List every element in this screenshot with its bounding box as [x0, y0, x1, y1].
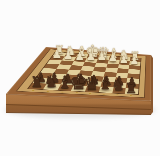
chess-set-photo: ♜♞♝♛♚♝♞♜♟♟♟♟♟♟♟♟♟♟♟♟♟♟♟♟♜♞♝♛♚♝♞♜	[0, 0, 160, 156]
brass-pin	[116, 94, 118, 95]
brass-pin	[61, 91, 64, 92]
square	[112, 87, 126, 93]
square	[125, 88, 138, 94]
brass-pin	[129, 95, 131, 96]
brass-pin	[75, 92, 77, 93]
box-right-edge	[151, 55, 153, 115]
